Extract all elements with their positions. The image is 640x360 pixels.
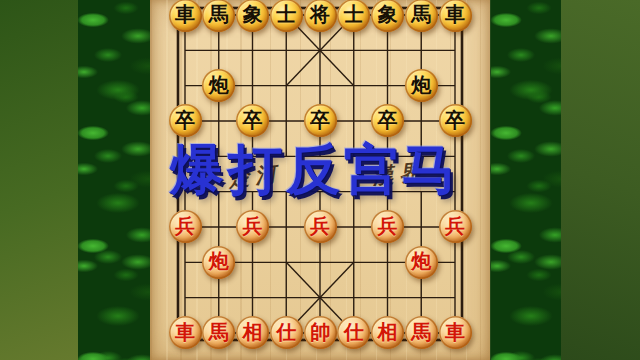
piece-black[interactable]: 象 (236, 0, 269, 32)
piece-glyph: 兵 (445, 216, 465, 236)
piece-glyph: 卒 (310, 110, 330, 130)
piece-glyph: 士 (276, 4, 296, 24)
piece-glyph: 将 (310, 4, 330, 24)
piece-black[interactable]: 車 (169, 0, 202, 32)
piece-red[interactable]: 兵 (304, 210, 337, 243)
piece-glyph: 兵 (378, 216, 398, 236)
piece-black[interactable]: 将 (304, 0, 337, 32)
piece-glyph: 馬 (411, 4, 431, 24)
piece-red[interactable]: 炮 (405, 246, 438, 279)
piece-black[interactable]: 卒 (169, 104, 202, 137)
piece-glyph: 炮 (209, 251, 229, 271)
piece-glyph: 車 (175, 322, 195, 342)
piece-glyph: 馬 (411, 322, 431, 342)
piece-black[interactable]: 車 (439, 0, 472, 32)
piece-glyph: 卒 (378, 110, 398, 130)
piece-black[interactable]: 馬 (202, 0, 235, 32)
piece-red[interactable]: 兵 (439, 210, 472, 243)
piece-glyph: 相 (378, 322, 398, 342)
video-title-overlay: 爆打反宫马 (0, 142, 640, 196)
piece-glyph: 卒 (175, 110, 195, 130)
piece-glyph: 車 (445, 322, 465, 342)
piece-glyph: 兵 (243, 216, 263, 236)
piece-red[interactable]: 車 (439, 316, 472, 349)
piece-glyph: 馬 (209, 322, 229, 342)
piece-glyph: 士 (344, 4, 364, 24)
piece-black[interactable]: 炮 (405, 69, 438, 102)
piece-black[interactable]: 士 (337, 0, 370, 32)
piece-glyph: 帥 (310, 322, 330, 342)
piece-glyph: 象 (378, 4, 398, 24)
piece-glyph: 馬 (209, 4, 229, 24)
piece-red[interactable]: 車 (169, 316, 202, 349)
piece-glyph: 兵 (310, 216, 330, 236)
piece-glyph: 車 (445, 4, 465, 24)
piece-glyph: 仕 (276, 322, 296, 342)
piece-red[interactable]: 兵 (169, 210, 202, 243)
piece-black[interactable]: 士 (270, 0, 303, 32)
piece-glyph: 兵 (175, 216, 195, 236)
piece-glyph: 炮 (209, 75, 229, 95)
piece-glyph: 仕 (344, 322, 364, 342)
piece-glyph: 卒 (243, 110, 263, 130)
piece-glyph: 車 (175, 4, 195, 24)
piece-red[interactable]: 帥 (304, 316, 337, 349)
piece-glyph: 炮 (411, 75, 431, 95)
piece-black[interactable]: 象 (371, 0, 404, 32)
piece-glyph: 相 (243, 322, 263, 342)
piece-black[interactable]: 馬 (405, 0, 438, 32)
piece-glyph: 卒 (445, 110, 465, 130)
piece-black[interactable]: 卒 (439, 104, 472, 137)
piece-glyph: 炮 (411, 251, 431, 271)
piece-glyph: 象 (243, 4, 263, 24)
piece-red[interactable]: 炮 (202, 246, 235, 279)
piece-black[interactable]: 卒 (304, 104, 337, 137)
